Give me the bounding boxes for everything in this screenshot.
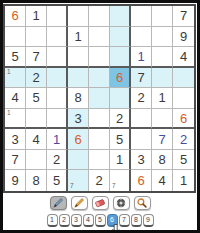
- sudoku-board: 6171957141267458211326341657272138598572…: [3, 4, 196, 193]
- pencil-mark: 7: [70, 183, 74, 190]
- pencil-mark: 1: [7, 69, 11, 76]
- cell-r2c1[interactable]: [5, 27, 26, 48]
- cell-r8c9[interactable]: 5: [173, 150, 194, 171]
- cell-r2c6[interactable]: [110, 27, 131, 48]
- cell-r4c9[interactable]: [173, 68, 194, 89]
- cell-r6c3[interactable]: [47, 109, 68, 130]
- cell-r2c7[interactable]: [131, 27, 152, 48]
- cell-r9c6[interactable]: 7: [110, 170, 131, 191]
- number-button-6[interactable]: 6: [107, 214, 118, 227]
- tool-eraser-button[interactable]: [92, 196, 109, 210]
- cell-r3c3[interactable]: [47, 47, 68, 68]
- cell-r6c7[interactable]: [131, 109, 152, 130]
- cell-r7c2[interactable]: 4: [26, 129, 47, 150]
- cell-r6c5[interactable]: [89, 109, 110, 130]
- cell-r2c2[interactable]: [26, 27, 47, 48]
- cell-r6c6[interactable]: 2: [110, 109, 131, 130]
- cell-r9c4[interactable]: 7: [68, 170, 89, 191]
- eraser-icon: [94, 197, 106, 209]
- cell-r2c8[interactable]: [152, 27, 173, 48]
- cell-r1c8[interactable]: [152, 6, 173, 27]
- cell-r1c6[interactable]: [110, 6, 131, 27]
- tool-check-button[interactable]: [113, 196, 130, 210]
- cell-r7c6[interactable]: 5: [110, 129, 131, 150]
- cell-r4c4[interactable]: [68, 68, 89, 89]
- cell-r9c3[interactable]: 5: [47, 170, 68, 191]
- cell-r8c7[interactable]: 3: [131, 150, 152, 171]
- cell-r4c3[interactable]: [47, 68, 68, 89]
- cell-r8c4[interactable]: [68, 150, 89, 171]
- cell-r4c5[interactable]: [89, 68, 110, 89]
- cell-r2c9[interactable]: 9: [173, 27, 194, 48]
- cell-r8c1[interactable]: 7: [5, 150, 26, 171]
- cell-r4c6[interactable]: 6: [110, 68, 131, 89]
- pen-icon: [73, 197, 85, 209]
- cell-r1c1[interactable]: 6: [5, 6, 26, 27]
- cell-r3c1[interactable]: 5: [5, 47, 26, 68]
- number-button-3[interactable]: 3: [71, 214, 82, 227]
- cell-r8c6[interactable]: 1: [110, 150, 131, 171]
- cell-r5c7[interactable]: 2: [131, 88, 152, 109]
- cell-r9c8[interactable]: 4: [152, 170, 173, 191]
- number-button-5[interactable]: 5: [95, 214, 106, 227]
- cell-r4c7[interactable]: 7: [131, 68, 152, 89]
- tool-hint-button[interactable]: [134, 196, 151, 210]
- cell-r4c1[interactable]: 1: [5, 68, 26, 89]
- cell-r8c2[interactable]: [26, 150, 47, 171]
- cell-r6c1[interactable]: 1: [5, 109, 26, 130]
- cell-r9c9[interactable]: 1: [173, 170, 194, 191]
- cell-r6c8[interactable]: [152, 109, 173, 130]
- cell-r7c9[interactable]: 2: [173, 129, 194, 150]
- cell-r5c2[interactable]: 5: [26, 88, 47, 109]
- cell-r3c6[interactable]: [110, 47, 131, 68]
- number-button-8[interactable]: 8: [131, 214, 142, 227]
- cell-r5c9[interactable]: [173, 88, 194, 109]
- cell-r6c4[interactable]: 3: [68, 109, 89, 130]
- cell-r1c4[interactable]: [68, 6, 89, 27]
- number-pad: 123456789: [3, 214, 197, 229]
- cell-r5c4[interactable]: 8: [68, 88, 89, 109]
- cell-r5c6[interactable]: [110, 88, 131, 109]
- pencil-icon: [52, 197, 64, 209]
- cell-r9c7[interactable]: 6: [131, 170, 152, 191]
- number-button-2[interactable]: 2: [59, 214, 70, 227]
- cell-r7c5[interactable]: [89, 129, 110, 150]
- cell-r1c5[interactable]: [89, 6, 110, 27]
- cell-r2c3[interactable]: [47, 27, 68, 48]
- cell-r3c4[interactable]: [68, 47, 89, 68]
- cell-r9c5[interactable]: 2: [89, 170, 110, 191]
- number-button-4[interactable]: 4: [83, 214, 94, 227]
- cell-r6c9[interactable]: 6: [173, 109, 194, 130]
- tool-pen-button[interactable]: [71, 196, 88, 210]
- cell-r1c2[interactable]: 1: [26, 6, 47, 27]
- cell-r7c8[interactable]: 7: [152, 129, 173, 150]
- number-button-7[interactable]: 7: [119, 214, 130, 227]
- pencil-mark: 7: [112, 183, 116, 190]
- cell-r3c5[interactable]: [89, 47, 110, 68]
- cell-r3c7[interactable]: 1: [131, 47, 152, 68]
- cell-r9c2[interactable]: 8: [26, 170, 47, 191]
- cell-r1c3[interactable]: [47, 6, 68, 27]
- cell-r4c8[interactable]: [152, 68, 173, 89]
- cell-r7c7[interactable]: [131, 129, 152, 150]
- cell-r7c3[interactable]: 1: [47, 129, 68, 150]
- cell-r2c5[interactable]: [89, 27, 110, 48]
- cell-r8c8[interactable]: 8: [152, 150, 173, 171]
- cell-r4c2[interactable]: 2: [26, 68, 47, 89]
- cell-r5c1[interactable]: 4: [5, 88, 26, 109]
- cell-r8c3[interactable]: 2: [47, 150, 68, 171]
- cell-r3c8[interactable]: [152, 47, 173, 68]
- tool-toolbar: [3, 196, 197, 212]
- cell-r5c8[interactable]: 1: [152, 88, 173, 109]
- cell-r5c3[interactable]: [47, 88, 68, 109]
- pencil-mark: 1: [7, 110, 11, 117]
- cell-r3c9[interactable]: 4: [173, 47, 194, 68]
- number-button-1[interactable]: 1: [47, 214, 58, 227]
- cell-r2c4[interactable]: 1: [68, 27, 89, 48]
- sudoku-app-window: 6171957141267458211326341657272138598572…: [0, 0, 200, 233]
- wheel-icon: [115, 197, 127, 209]
- cell-r8c5[interactable]: [89, 150, 110, 171]
- magnifier-icon: [136, 197, 148, 209]
- cell-r5c5[interactable]: [89, 88, 110, 109]
- number-button-9[interactable]: 9: [143, 214, 154, 227]
- cell-r7c4[interactable]: 6: [68, 129, 89, 150]
- cell-r1c7[interactable]: [131, 6, 152, 27]
- tool-pencil-button[interactable]: [50, 196, 67, 210]
- cell-r6c2[interactable]: [26, 109, 47, 130]
- cell-r3c2[interactable]: 7: [26, 47, 47, 68]
- cell-r1c9[interactable]: 7: [173, 6, 194, 27]
- cell-r7c1[interactable]: 3: [5, 129, 26, 150]
- cell-r9c1[interactable]: 9: [5, 170, 26, 191]
